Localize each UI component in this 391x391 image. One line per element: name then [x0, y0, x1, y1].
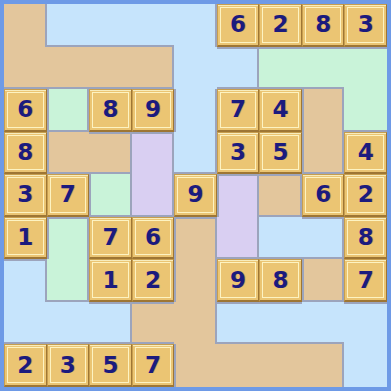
tile-number: 7 [358, 269, 374, 292]
cell-r0c2[interactable] [89, 4, 132, 47]
cell-r7c0[interactable] [4, 302, 47, 345]
cell-r2c1[interactable] [47, 89, 90, 132]
cell-r5c7[interactable] [302, 217, 345, 260]
cell-r8c7[interactable] [302, 344, 345, 387]
tile-r5c3[interactable]: 6 [132, 217, 175, 260]
cell-r3c3[interactable] [132, 132, 175, 175]
tile-number: 7 [230, 98, 246, 121]
tile-r4c7[interactable]: 6 [302, 174, 345, 217]
tile-r6c5[interactable]: 9 [217, 259, 260, 302]
tile-r2c3[interactable]: 9 [132, 89, 175, 132]
tile-r2c6[interactable]: 4 [259, 89, 302, 132]
tile-r3c6[interactable]: 5 [259, 132, 302, 175]
tile-number: 6 [17, 98, 33, 121]
tile-r8c3[interactable]: 7 [132, 344, 175, 387]
cell-r7c3[interactable] [132, 302, 175, 345]
tile-number: 6 [145, 226, 161, 249]
cell-r7c8[interactable] [344, 302, 387, 345]
cell-r3c4[interactable] [174, 132, 217, 175]
cell-r3c2[interactable] [89, 132, 132, 175]
tile-number: 2 [358, 183, 374, 206]
cell-r2c8[interactable] [344, 89, 387, 132]
tile-number: 3 [230, 141, 246, 164]
tile-number: 5 [102, 354, 118, 377]
tile-r3c8[interactable]: 4 [344, 132, 387, 175]
cell-r8c6[interactable] [259, 344, 302, 387]
tile-number: 2 [145, 269, 161, 292]
cell-r4c6[interactable] [259, 174, 302, 217]
cell-r0c3[interactable] [132, 4, 175, 47]
cell-r0c4[interactable] [174, 4, 217, 47]
tile-number: 8 [315, 13, 331, 36]
tile-number: 9 [145, 98, 161, 121]
cell-r5c5[interactable] [217, 217, 260, 260]
cell-r1c5[interactable] [217, 47, 260, 90]
cell-r8c5[interactable] [217, 344, 260, 387]
cell-r1c8[interactable] [344, 47, 387, 90]
cell-r7c4[interactable] [174, 302, 217, 345]
cell-r8c8[interactable] [344, 344, 387, 387]
tile-r4c4[interactable]: 9 [174, 174, 217, 217]
tile-r8c2[interactable]: 5 [89, 344, 132, 387]
tile-r8c1[interactable]: 3 [47, 344, 90, 387]
tile-r2c5[interactable]: 7 [217, 89, 260, 132]
tile-r0c6[interactable]: 2 [259, 4, 302, 47]
tile-r6c2[interactable]: 1 [89, 259, 132, 302]
cell-r1c0[interactable] [4, 47, 47, 90]
cell-r6c4[interactable] [174, 259, 217, 302]
tile-number: 7 [60, 183, 76, 206]
cell-r0c0[interactable] [4, 4, 47, 47]
tile-r4c0[interactable]: 3 [4, 174, 47, 217]
cell-r6c0[interactable] [4, 259, 47, 302]
cell-r5c1[interactable] [47, 217, 90, 260]
tile-r0c8[interactable]: 3 [344, 4, 387, 47]
tile-number: 7 [102, 226, 118, 249]
cell-r2c4[interactable] [174, 89, 217, 132]
tile-number: 4 [273, 98, 289, 121]
tile-number: 4 [358, 141, 374, 164]
cell-r6c7[interactable] [302, 259, 345, 302]
tile-r8c0[interactable]: 2 [4, 344, 47, 387]
tile-number: 9 [230, 269, 246, 292]
tile-r4c8[interactable]: 2 [344, 174, 387, 217]
cell-r4c2[interactable] [89, 174, 132, 217]
cell-r3c1[interactable] [47, 132, 90, 175]
tile-r6c3[interactable]: 2 [132, 259, 175, 302]
tile-r6c8[interactable]: 7 [344, 259, 387, 302]
cell-r7c7[interactable] [302, 302, 345, 345]
tile-number: 2 [17, 354, 33, 377]
tile-number: 8 [358, 226, 374, 249]
cell-r7c1[interactable] [47, 302, 90, 345]
tile-r0c7[interactable]: 8 [302, 4, 345, 47]
tile-number: 8 [17, 141, 33, 164]
tile-r0c5[interactable]: 6 [217, 4, 260, 47]
cell-r7c6[interactable] [259, 302, 302, 345]
sudoku-board: 6283689748354379621768129872357 [0, 0, 391, 391]
tile-number: 7 [145, 354, 161, 377]
tile-number: 1 [17, 226, 33, 249]
cell-r7c5[interactable] [217, 302, 260, 345]
cell-r5c6[interactable] [259, 217, 302, 260]
cell-r1c3[interactable] [132, 47, 175, 90]
tile-number: 3 [358, 13, 374, 36]
cell-r8c4[interactable] [174, 344, 217, 387]
tile-r5c8[interactable]: 8 [344, 217, 387, 260]
tile-r6c6[interactable]: 8 [259, 259, 302, 302]
cell-r6c1[interactable] [47, 259, 90, 302]
tile-number: 6 [315, 183, 331, 206]
tile-number: 1 [102, 269, 118, 292]
tile-number: 8 [273, 269, 289, 292]
tile-r3c0[interactable]: 8 [4, 132, 47, 175]
tile-number: 6 [230, 13, 246, 36]
cell-r1c7[interactable] [302, 47, 345, 90]
tile-number: 3 [17, 183, 33, 206]
cell-r1c2[interactable] [89, 47, 132, 90]
tile-r3c5[interactable]: 3 [217, 132, 260, 175]
cell-r3c7[interactable] [302, 132, 345, 175]
cell-r1c1[interactable] [47, 47, 90, 90]
tile-r5c2[interactable]: 7 [89, 217, 132, 260]
cell-r1c4[interactable] [174, 47, 217, 90]
cell-r0c1[interactable] [47, 4, 90, 47]
tile-r5c0[interactable]: 1 [4, 217, 47, 260]
cell-r1c6[interactable] [259, 47, 302, 90]
tile-r4c1[interactable]: 7 [47, 174, 90, 217]
cell-r2c7[interactable] [302, 89, 345, 132]
tile-number: 2 [273, 13, 289, 36]
tile-number: 5 [273, 141, 289, 164]
tile-r2c0[interactable]: 6 [4, 89, 47, 132]
tile-r2c2[interactable]: 8 [89, 89, 132, 132]
tile-number: 8 [102, 98, 118, 121]
tile-number: 9 [187, 183, 203, 206]
cell-r4c3[interactable] [132, 174, 175, 217]
cell-r5c4[interactable] [174, 217, 217, 260]
cell-r7c2[interactable] [89, 302, 132, 345]
tile-number: 3 [60, 354, 76, 377]
cell-r4c5[interactable] [217, 174, 260, 217]
